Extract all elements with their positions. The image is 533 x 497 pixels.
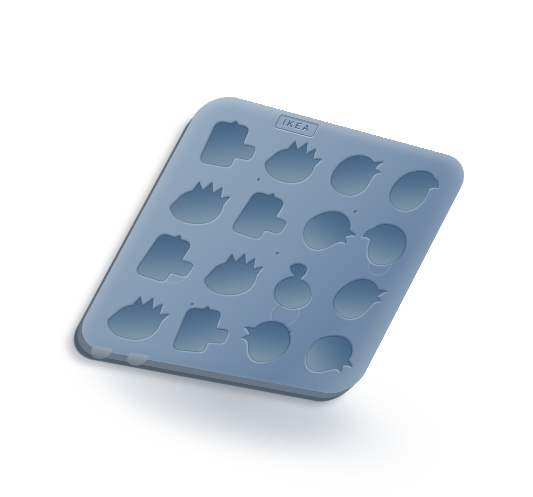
- ice-cube-tray: IKEA: [70, 90, 474, 398]
- mold-grid: [103, 113, 449, 371]
- product-photo: IKEA: [0, 0, 533, 497]
